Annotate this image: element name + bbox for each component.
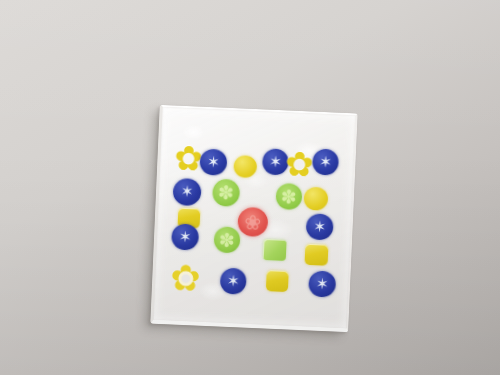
blue-star-glyph: ✶ bbox=[316, 276, 329, 292]
bead-blue-star: ✶ bbox=[173, 178, 202, 206]
blue-star-glyph: ✶ bbox=[180, 184, 193, 200]
bead-green-flower: ✽ bbox=[275, 183, 302, 210]
bead-yellow-round bbox=[233, 155, 257, 178]
blue-star-glyph: ✶ bbox=[313, 219, 326, 235]
bead-yellow-crimp: ✿ bbox=[287, 151, 312, 176]
bead-yellow-crimp: ✿ bbox=[175, 145, 202, 172]
bead-layer: ✿✶✶✿✶✶✽✽❀✶✶✽✿✶✶ bbox=[153, 107, 355, 328]
green-flower-glyph: ✽ bbox=[219, 230, 236, 250]
bead-blue-star: ✶ bbox=[220, 268, 247, 295]
scene-caption: Overhead photo of a small square clear f… bbox=[0, 0, 1, 1]
bead-blue-star: ✶ bbox=[171, 223, 199, 250]
bead-blue-star: ✶ bbox=[308, 270, 336, 297]
bead-blue-star: ✶ bbox=[306, 213, 334, 240]
red-flower-glyph: ❀ bbox=[244, 212, 262, 233]
yellow-crimp-glyph: ✿ bbox=[174, 140, 204, 175]
green-flower-glyph: ✽ bbox=[218, 183, 235, 203]
yellow-crimp-glyph: ✿ bbox=[284, 146, 314, 181]
bead-yellow-cyl bbox=[305, 244, 329, 266]
bead-green-flower: ✽ bbox=[213, 226, 240, 253]
bead-blue-star: ✶ bbox=[262, 148, 289, 175]
bead-blue-star: ✶ bbox=[312, 149, 339, 176]
bead-blue-star: ✶ bbox=[199, 149, 227, 176]
bead-yellow-cyl bbox=[266, 270, 289, 292]
yellow-gear-glyph: ✿ bbox=[169, 259, 201, 296]
photo-background: Overhead photo of a small square clear f… bbox=[0, 0, 500, 375]
blue-star-glyph: ✶ bbox=[319, 154, 332, 170]
green-flower-glyph: ✽ bbox=[281, 187, 298, 207]
blue-star-glyph: ✶ bbox=[227, 273, 240, 289]
blue-star-glyph: ✶ bbox=[269, 154, 282, 170]
blue-star-glyph: ✶ bbox=[207, 154, 220, 170]
glass-tile: ✿✶✶✿✶✶✽✽❀✶✶✽✿✶✶ bbox=[150, 105, 357, 332]
bead-red-flower: ❀ bbox=[237, 207, 268, 237]
bead-yellow-round bbox=[303, 187, 328, 211]
bead-green-square bbox=[263, 239, 287, 261]
bead-yellow-gear: ✿ bbox=[171, 264, 199, 292]
bead-green-flower: ✽ bbox=[212, 179, 240, 207]
blue-star-glyph: ✶ bbox=[179, 229, 192, 245]
